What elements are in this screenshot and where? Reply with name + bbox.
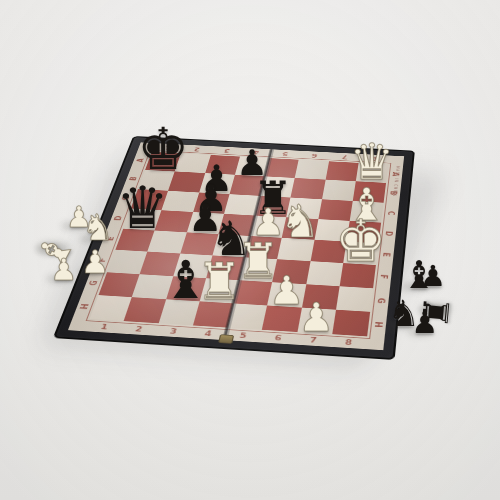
rank-label-6: 6 — [259, 331, 296, 345]
pieces-overlay: ♛♝♚♞♜♜♟♟♟♚♛♜♞♝♟♟♟♟♟♞♝♟♟♝♟♞♜♟ — [0, 0, 500, 500]
white-knight-d6[interactable]: ♞ — [280, 199, 321, 244]
board-clasp — [218, 334, 234, 344]
black-queen-d1[interactable]: ♛ — [116, 178, 168, 237]
black-bishop-captured-1[interactable]: ♝ — [402, 256, 436, 294]
square-h8[interactable] — [332, 310, 370, 337]
black-king-a1[interactable]: ♚ — [137, 120, 189, 178]
white-pawn-captured-5[interactable]: ♟ — [81, 246, 110, 278]
rank-label-1: 1 — [85, 320, 124, 334]
photo-scene: 12345678 12345678 ABCDEFGH ABCDEFGH MADE… — [0, 0, 500, 500]
rank-label-8: 8 — [330, 335, 367, 349]
square-a6[interactable] — [295, 160, 329, 180]
square-g8[interactable] — [336, 286, 373, 312]
white-rook-g4[interactable]: ♜ — [197, 258, 243, 309]
white-pawn-h7[interactable]: ♟ — [299, 298, 335, 338]
white-king-e8[interactable]: ♚ — [335, 214, 387, 272]
white-pawn-captured-4[interactable]: ♟ — [51, 255, 78, 285]
rank-label-3: 3 — [154, 324, 192, 338]
black-pawn-captured-5[interactable]: ♟ — [412, 308, 439, 338]
white-knight-captured-2[interactable]: ♞ — [82, 210, 114, 246]
rank-label-2: 2 — [120, 322, 158, 336]
